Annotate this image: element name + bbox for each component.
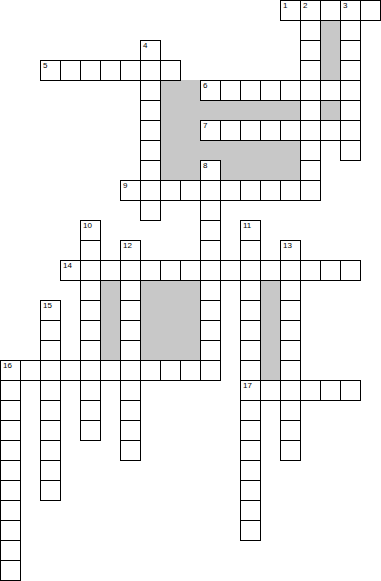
cell-r23-c0[interactable] <box>0 460 21 481</box>
shaded-cell-r7-c11 <box>220 140 241 161</box>
shaded-cell-r5-c12 <box>240 100 261 121</box>
cell-r13-c9[interactable] <box>180 260 201 281</box>
cell-r3-c3[interactable] <box>60 60 81 81</box>
cell-r6-c17[interactable] <box>340 120 361 141</box>
cell-r9-c13[interactable] <box>260 180 281 201</box>
cell-r16-c10[interactable] <box>200 320 221 341</box>
cell-r11-c4[interactable]: 10 <box>80 220 101 241</box>
cell-r18-c2[interactable] <box>40 360 61 381</box>
cell-r5-c15[interactable] <box>300 100 321 121</box>
cell-r4-c17[interactable] <box>340 80 361 101</box>
cell-r14-c14[interactable] <box>280 280 301 301</box>
cell-r9-c11[interactable] <box>220 180 241 201</box>
shaded-cell-r7-c13 <box>260 140 281 161</box>
cell-r22-c12[interactable] <box>240 440 261 461</box>
cell-r13-c13[interactable] <box>260 260 281 281</box>
shaded-cell-r14-c8 <box>160 280 181 301</box>
cell-r1-c15[interactable] <box>300 20 321 41</box>
cell-r22-c6[interactable] <box>120 440 141 461</box>
cell-r0-c14[interactable]: 1 <box>280 0 301 21</box>
shaded-cell-r14-c9 <box>180 280 201 301</box>
cell-r11-c10[interactable] <box>200 220 221 241</box>
clue-number-4: 4 <box>143 42 147 50</box>
shaded-cell-r8-c8 <box>160 160 181 181</box>
cell-r13-c4[interactable] <box>80 260 101 281</box>
shaded-cell-r15-c7 <box>140 300 161 321</box>
cell-r21-c2[interactable] <box>40 420 61 441</box>
cell-r4-c14[interactable] <box>280 80 301 101</box>
shaded-cell-r5-c16 <box>320 100 341 121</box>
shaded-cell-r2-c16 <box>320 40 341 61</box>
cell-r1-c17[interactable] <box>340 20 361 41</box>
cell-r23-c12[interactable] <box>240 460 261 481</box>
cell-r22-c14[interactable] <box>280 440 301 461</box>
cell-r5-c7[interactable] <box>140 100 161 121</box>
shaded-cell-r7-c10 <box>200 140 221 161</box>
cell-r16-c4[interactable] <box>80 320 101 341</box>
shaded-cell-r15-c9 <box>180 300 201 321</box>
cell-r10-c7[interactable] <box>140 200 161 221</box>
shaded-cell-r5-c11 <box>220 100 241 121</box>
cell-r26-c0[interactable] <box>0 520 21 541</box>
cell-r9-c6[interactable]: 9 <box>120 180 141 201</box>
cell-r2-c7[interactable]: 4 <box>140 40 161 61</box>
cell-r12-c10[interactable] <box>200 240 221 261</box>
cell-r16-c12[interactable] <box>240 320 261 341</box>
cell-r4-c11[interactable] <box>220 80 241 101</box>
shaded-cell-r18-c13 <box>260 360 281 381</box>
shaded-cell-r4-c9 <box>180 80 201 101</box>
cell-r7-c15[interactable] <box>300 140 321 161</box>
cell-r17-c12[interactable] <box>240 340 261 361</box>
shaded-cell-r5-c8 <box>160 100 181 121</box>
cell-r24-c0[interactable] <box>0 480 21 501</box>
cell-r20-c12[interactable] <box>240 400 261 421</box>
cell-r3-c6[interactable] <box>120 60 141 81</box>
cell-r6-c14[interactable] <box>280 120 301 141</box>
cell-r14-c6[interactable] <box>120 280 141 301</box>
cell-r4-c15[interactable] <box>300 80 321 101</box>
clue-number-12: 12 <box>123 242 132 250</box>
cell-r14-c10[interactable] <box>200 280 221 301</box>
cell-r6-c10[interactable]: 7 <box>200 120 221 141</box>
clue-number-11: 11 <box>243 222 251 230</box>
cell-r18-c8[interactable] <box>160 360 181 381</box>
cell-r3-c7[interactable] <box>140 60 161 81</box>
cell-r6-c11[interactable] <box>220 120 241 141</box>
cell-r13-c10[interactable] <box>200 260 221 281</box>
cell-r20-c14[interactable] <box>280 400 301 421</box>
cell-r11-c12[interactable]: 11 <box>240 220 261 241</box>
shaded-cell-r5-c9 <box>180 100 201 121</box>
cell-r13-c8[interactable] <box>160 260 181 281</box>
cell-r15-c2[interactable]: 15 <box>40 300 61 321</box>
cell-r17-c14[interactable] <box>280 340 301 361</box>
shaded-cell-r17-c13 <box>260 340 281 361</box>
cell-r8-c10[interactable]: 8 <box>200 160 221 181</box>
cell-r9-c10[interactable] <box>200 180 221 201</box>
cell-r8-c7[interactable] <box>140 160 161 181</box>
cell-r25-c12[interactable] <box>240 500 261 521</box>
cell-r13-c5[interactable] <box>100 260 121 281</box>
cell-r0-c16[interactable] <box>320 0 341 21</box>
clue-number-16: 16 <box>3 362 12 370</box>
shaded-cell-r14-c7 <box>140 280 161 301</box>
clue-number-2: 2 <box>303 2 307 10</box>
cell-r9-c8[interactable] <box>160 180 181 201</box>
cell-r24-c12[interactable] <box>240 480 261 501</box>
clue-number-15: 15 <box>43 302 52 310</box>
shaded-cell-r4-c8 <box>160 80 181 101</box>
cell-r9-c15[interactable] <box>300 180 321 201</box>
cell-r16-c2[interactable] <box>40 320 61 341</box>
shaded-cell-r17-c9 <box>180 340 201 361</box>
cell-r13-c17[interactable] <box>340 260 361 281</box>
cell-r19-c15[interactable] <box>300 380 321 401</box>
shaded-cell-r15-c13 <box>260 300 281 321</box>
cell-r13-c12[interactable] <box>240 260 261 281</box>
cell-r10-c10[interactable] <box>200 200 221 221</box>
cell-r12-c4[interactable] <box>80 240 101 261</box>
shaded-cell-r16-c5 <box>100 320 121 341</box>
shaded-cell-r8-c13 <box>260 160 281 181</box>
clue-number-3: 3 <box>343 2 347 10</box>
cell-r3-c17[interactable] <box>340 60 361 81</box>
cell-r6-c16[interactable] <box>320 120 341 141</box>
cell-r12-c6[interactable]: 12 <box>120 240 141 261</box>
cell-r18-c1[interactable] <box>20 360 41 381</box>
cell-r19-c16[interactable] <box>320 380 341 401</box>
shaded-cell-r17-c7 <box>140 340 161 361</box>
shaded-cell-r16-c9 <box>180 320 201 341</box>
cell-r13-c7[interactable] <box>140 260 161 281</box>
clue-number-5: 5 <box>43 62 47 70</box>
cell-r4-c7[interactable] <box>140 80 161 101</box>
cell-r20-c0[interactable] <box>0 400 21 421</box>
cell-r13-c15[interactable] <box>300 260 321 281</box>
cell-r21-c0[interactable] <box>0 420 21 441</box>
cell-r4-c16[interactable] <box>320 80 341 101</box>
shaded-cell-r6-c9 <box>180 120 201 141</box>
cell-r13-c11[interactable] <box>220 260 241 281</box>
cell-r16-c14[interactable] <box>280 320 301 341</box>
cell-r7-c7[interactable] <box>140 140 161 161</box>
shaded-cell-r8-c12 <box>240 160 261 181</box>
clue-number-1: 1 <box>283 2 287 10</box>
shaded-cell-r7-c12 <box>240 140 261 161</box>
cell-r21-c12[interactable] <box>240 420 261 441</box>
cell-r21-c4[interactable] <box>80 420 101 441</box>
cell-r26-c12[interactable] <box>240 520 261 541</box>
cell-r22-c2[interactable] <box>40 440 61 461</box>
shaded-cell-r16-c8 <box>160 320 181 341</box>
cell-r18-c12[interactable] <box>240 360 261 381</box>
cell-r7-c17[interactable] <box>340 140 361 161</box>
cell-r19-c0[interactable] <box>0 380 21 401</box>
cell-r20-c4[interactable] <box>80 400 101 421</box>
cell-r13-c14[interactable] <box>280 260 301 281</box>
cell-r13-c6[interactable] <box>120 260 141 281</box>
clue-number-8: 8 <box>203 162 207 170</box>
cell-r0-c15[interactable]: 2 <box>300 0 321 21</box>
shaded-cell-r5-c14 <box>280 100 301 121</box>
cell-r18-c5[interactable] <box>100 360 121 381</box>
cell-r0-c18[interactable] <box>360 0 381 21</box>
cell-r6-c13[interactable] <box>260 120 281 141</box>
cell-r25-c0[interactable] <box>0 500 21 521</box>
cell-r27-c0[interactable] <box>0 540 21 561</box>
clue-number-9: 9 <box>123 182 127 190</box>
cell-r8-c15[interactable] <box>300 160 321 181</box>
cell-r23-c2[interactable] <box>40 460 61 481</box>
cell-r4-c13[interactable] <box>260 80 281 101</box>
cell-r9-c12[interactable] <box>240 180 261 201</box>
shaded-cell-r1-c16 <box>320 20 341 41</box>
cell-r9-c14[interactable] <box>280 180 301 201</box>
cell-r28-c0[interactable] <box>0 560 21 581</box>
clue-number-10: 10 <box>83 222 92 230</box>
cell-r3-c8[interactable] <box>160 60 181 81</box>
cell-r4-c12[interactable] <box>240 80 261 101</box>
cell-r15-c4[interactable] <box>80 300 101 321</box>
shaded-cell-r5-c10 <box>200 100 221 121</box>
cell-r18-c14[interactable] <box>280 360 301 381</box>
shaded-cell-r17-c5 <box>100 340 121 361</box>
cell-r6-c7[interactable] <box>140 120 161 141</box>
cell-r19-c13[interactable] <box>260 380 281 401</box>
cell-r19-c12[interactable]: 17 <box>240 380 261 401</box>
cell-r2-c17[interactable] <box>340 40 361 61</box>
cell-r19-c4[interactable] <box>80 380 101 401</box>
cell-r18-c10[interactable] <box>200 360 221 381</box>
cell-r9-c7[interactable] <box>140 180 161 201</box>
cell-r6-c15[interactable] <box>300 120 321 141</box>
shaded-cell-r5-c13 <box>260 100 281 121</box>
shaded-cell-r16-c7 <box>140 320 161 341</box>
shaded-cell-r6-c8 <box>160 120 181 141</box>
cell-r17-c10[interactable] <box>200 340 221 361</box>
shaded-cell-r15-c5 <box>100 300 121 321</box>
shaded-cell-r7-c9 <box>180 140 201 161</box>
cell-r6-c12[interactable] <box>240 120 261 141</box>
cell-r15-c12[interactable] <box>240 300 261 321</box>
cell-r2-c15[interactable] <box>300 40 321 61</box>
cell-r19-c6[interactable] <box>120 380 141 401</box>
shaded-cell-r8-c9 <box>180 160 201 181</box>
shaded-cell-r8-c14 <box>280 160 301 181</box>
cell-r17-c6[interactable] <box>120 340 141 361</box>
cell-r0-c17[interactable]: 3 <box>340 0 361 21</box>
clue-number-6: 6 <box>203 82 207 90</box>
cell-r3-c2[interactable]: 5 <box>40 60 61 81</box>
cell-r20-c2[interactable] <box>40 400 61 421</box>
shaded-cell-r14-c13 <box>260 280 281 301</box>
cell-r15-c14[interactable] <box>280 300 301 321</box>
cell-r24-c2[interactable] <box>40 480 61 501</box>
cell-r18-c4[interactable] <box>80 360 101 381</box>
clue-number-17: 17 <box>243 382 252 390</box>
cell-r18-c3[interactable] <box>60 360 81 381</box>
clue-number-14: 14 <box>63 262 72 270</box>
cell-r18-c0[interactable]: 16 <box>0 360 21 381</box>
cell-r22-c0[interactable] <box>0 440 21 461</box>
shaded-cell-r7-c14 <box>280 140 301 161</box>
cell-r20-c6[interactable] <box>120 400 141 421</box>
cell-r5-c17[interactable] <box>340 100 361 121</box>
shaded-cell-r16-c13 <box>260 320 281 341</box>
cell-r21-c14[interactable] <box>280 420 301 441</box>
cell-r18-c9[interactable] <box>180 360 201 381</box>
cell-r12-c12[interactable] <box>240 240 261 261</box>
cell-r3-c5[interactable] <box>100 60 121 81</box>
cell-r21-c6[interactable] <box>120 420 141 441</box>
cell-r12-c14[interactable]: 13 <box>280 240 301 261</box>
cell-r18-c7[interactable] <box>140 360 161 381</box>
cell-r15-c10[interactable] <box>200 300 221 321</box>
clue-number-7: 7 <box>203 122 207 130</box>
cell-r3-c15[interactable] <box>300 60 321 81</box>
shaded-cell-r14-c5 <box>100 280 121 301</box>
shaded-cell-r15-c8 <box>160 300 181 321</box>
cell-r3-c4[interactable] <box>80 60 101 81</box>
cell-r4-c10[interactable]: 6 <box>200 80 221 101</box>
cell-r15-c6[interactable] <box>120 300 141 321</box>
clue-number-13: 13 <box>283 242 292 250</box>
cell-r19-c14[interactable] <box>280 380 301 401</box>
cell-r16-c6[interactable] <box>120 320 141 341</box>
cell-r17-c2[interactable] <box>40 340 61 361</box>
cell-r14-c12[interactable] <box>240 280 261 301</box>
cell-r13-c3[interactable]: 14 <box>60 260 81 281</box>
shaded-cell-r8-c11 <box>220 160 241 181</box>
cell-r19-c17[interactable] <box>340 380 361 401</box>
crossword-board: 1234567891011121314151617 <box>0 0 380 580</box>
cell-r14-c4[interactable] <box>80 280 101 301</box>
shaded-cell-r3-c16 <box>320 60 341 81</box>
cell-r18-c6[interactable] <box>120 360 141 381</box>
cell-r19-c2[interactable] <box>40 380 61 401</box>
cell-r9-c9[interactable] <box>180 180 201 201</box>
cell-r17-c4[interactable] <box>80 340 101 361</box>
cell-r13-c16[interactable] <box>320 260 341 281</box>
shaded-cell-r7-c8 <box>160 140 181 161</box>
shaded-cell-r17-c8 <box>160 340 181 361</box>
